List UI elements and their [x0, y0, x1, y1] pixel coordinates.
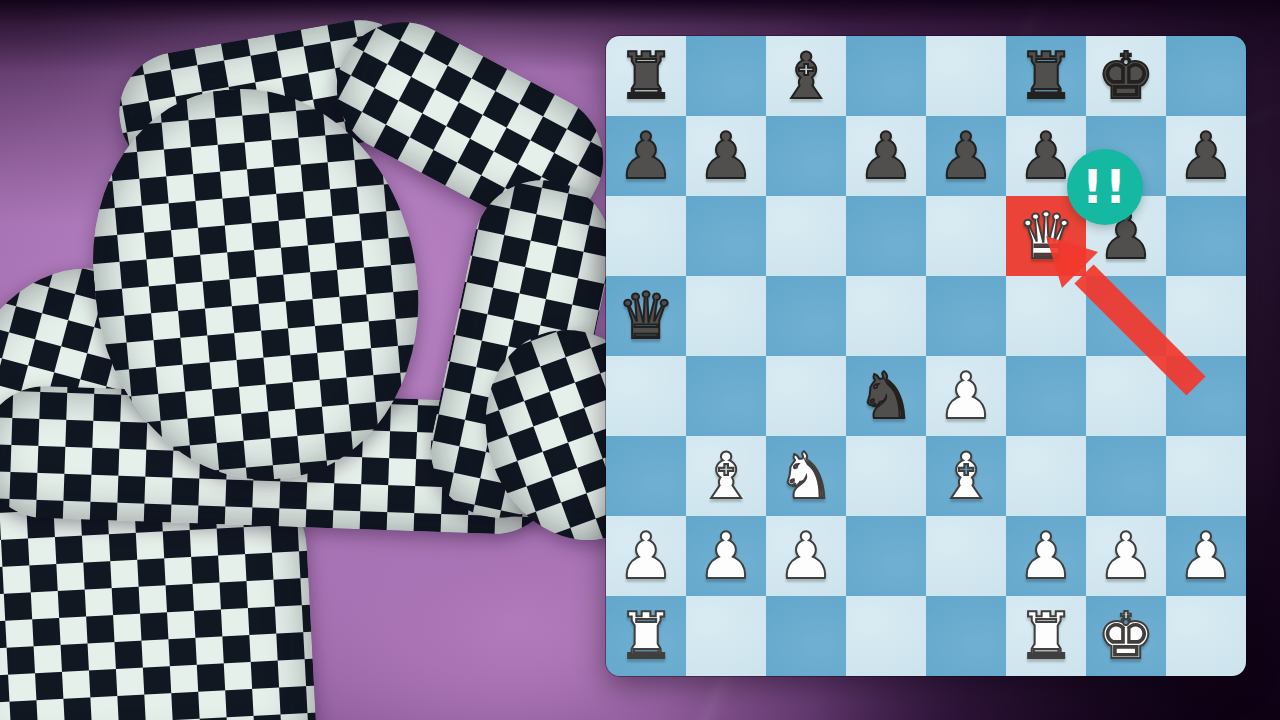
square-b4[interactable]: [686, 356, 766, 436]
square-b3[interactable]: ♝: [686, 436, 766, 516]
white-pawn-e4[interactable]: ♟: [937, 364, 994, 428]
square-c3[interactable]: ♞: [766, 436, 846, 516]
square-c8[interactable]: ♝: [766, 36, 846, 116]
white-pawn-a2[interactable]: ♟: [617, 524, 674, 588]
square-g5[interactable]: [1086, 276, 1166, 356]
square-c1[interactable]: [766, 596, 846, 676]
square-b1[interactable]: [686, 596, 766, 676]
square-a1[interactable]: ♜: [606, 596, 686, 676]
square-c6[interactable]: [766, 196, 846, 276]
square-d6[interactable]: [846, 196, 926, 276]
black-rook-a8[interactable]: ♜: [617, 44, 674, 108]
white-pawn-c2[interactable]: ♟: [777, 524, 834, 588]
black-pawn-b7[interactable]: ♟: [697, 124, 754, 188]
square-g4[interactable]: [1086, 356, 1166, 436]
black-pawn-h7[interactable]: ♟: [1177, 124, 1234, 188]
white-bishop-b3[interactable]: ♝: [697, 444, 754, 508]
square-g1[interactable]: ♚: [1086, 596, 1166, 676]
white-bishop-e3[interactable]: ♝: [937, 444, 994, 508]
square-h1[interactable]: [1166, 596, 1246, 676]
square-d2[interactable]: [846, 516, 926, 596]
square-a4[interactable]: [606, 356, 686, 436]
white-pawn-g2[interactable]: ♟: [1097, 524, 1154, 588]
square-d8[interactable]: [846, 36, 926, 116]
square-h4[interactable]: [1166, 356, 1246, 436]
square-e3[interactable]: ♝: [926, 436, 1006, 516]
white-king-g1[interactable]: ♚: [1097, 604, 1154, 668]
brilliant-move-badge: !!: [1067, 149, 1143, 225]
square-d1[interactable]: [846, 596, 926, 676]
square-f3[interactable]: [1006, 436, 1086, 516]
square-h5[interactable]: [1166, 276, 1246, 356]
square-g2[interactable]: ♟: [1086, 516, 1166, 596]
square-f4[interactable]: [1006, 356, 1086, 436]
black-rook-f8[interactable]: ♜: [1017, 44, 1074, 108]
square-g3[interactable]: [1086, 436, 1166, 516]
brilliant-move-label: !!: [1082, 160, 1128, 214]
square-e5[interactable]: [926, 276, 1006, 356]
square-d7[interactable]: ♟: [846, 116, 926, 196]
square-b8[interactable]: [686, 36, 766, 116]
square-d4[interactable]: ♞: [846, 356, 926, 436]
square-c5[interactable]: [766, 276, 846, 356]
white-knight-c3[interactable]: ♞: [777, 444, 834, 508]
chessboard: ♜♝♜♚♟♟♟♟♟♟♛♟♛♞♟♝♞♝♟♟♟♟♟♟♜♜♚: [606, 36, 1246, 676]
black-queen-a5[interactable]: ♛: [617, 284, 674, 348]
square-a7[interactable]: ♟: [606, 116, 686, 196]
square-c7[interactable]: [766, 116, 846, 196]
square-e1[interactable]: [926, 596, 1006, 676]
black-king-g8[interactable]: ♚: [1097, 44, 1154, 108]
square-c2[interactable]: ♟: [766, 516, 846, 596]
square-d3[interactable]: [846, 436, 926, 516]
square-b5[interactable]: [686, 276, 766, 356]
square-c4[interactable]: [766, 356, 846, 436]
black-knight-d4[interactable]: ♞: [857, 364, 914, 428]
black-pawn-f7[interactable]: ♟: [1017, 124, 1074, 188]
square-f5[interactable]: [1006, 276, 1086, 356]
square-b2[interactable]: ♟: [686, 516, 766, 596]
square-h8[interactable]: [1166, 36, 1246, 116]
black-bishop-c8[interactable]: ♝: [777, 44, 834, 108]
square-a2[interactable]: ♟: [606, 516, 686, 596]
white-pawn-f2[interactable]: ♟: [1017, 524, 1074, 588]
square-a3[interactable]: [606, 436, 686, 516]
white-queen-f6[interactable]: ♛: [1017, 204, 1074, 268]
square-e8[interactable]: [926, 36, 1006, 116]
square-f1[interactable]: ♜: [1006, 596, 1086, 676]
square-a8[interactable]: ♜: [606, 36, 686, 116]
square-e7[interactable]: ♟: [926, 116, 1006, 196]
square-f8[interactable]: ♜: [1006, 36, 1086, 116]
square-e6[interactable]: [926, 196, 1006, 276]
square-h2[interactable]: ♟: [1166, 516, 1246, 596]
square-h3[interactable]: [1166, 436, 1246, 516]
thumbnail-scene: ♜♝♜♚♟♟♟♟♟♟♛♟♛♞♟♝♞♝♟♟♟♟♟♟♜♜♚ !!: [0, 0, 1280, 720]
square-b7[interactable]: ♟: [686, 116, 766, 196]
white-rook-a1[interactable]: ♜: [617, 604, 674, 668]
square-g8[interactable]: ♚: [1086, 36, 1166, 116]
white-pawn-b2[interactable]: ♟: [697, 524, 754, 588]
square-a6[interactable]: [606, 196, 686, 276]
square-b6[interactable]: [686, 196, 766, 276]
square-a5[interactable]: ♛: [606, 276, 686, 356]
square-f2[interactable]: ♟: [1006, 516, 1086, 596]
square-d5[interactable]: [846, 276, 926, 356]
square-h7[interactable]: ♟: [1166, 116, 1246, 196]
white-pawn-h2[interactable]: ♟: [1177, 524, 1234, 588]
black-pawn-d7[interactable]: ♟: [857, 124, 914, 188]
black-pawn-a7[interactable]: ♟: [617, 124, 674, 188]
white-rook-f1[interactable]: ♜: [1017, 604, 1074, 668]
square-e2[interactable]: [926, 516, 1006, 596]
square-h6[interactable]: [1166, 196, 1246, 276]
chessboard-grid: ♜♝♜♚♟♟♟♟♟♟♛♟♛♞♟♝♞♝♟♟♟♟♟♟♜♜♚: [606, 36, 1246, 676]
black-pawn-e7[interactable]: ♟: [937, 124, 994, 188]
square-e4[interactable]: ♟: [926, 356, 1006, 436]
